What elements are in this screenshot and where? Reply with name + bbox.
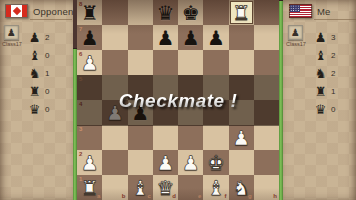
piece-black-king[interactable]: ♚ (178, 0, 203, 25)
captured-pawn-icon: ♟ (27, 31, 42, 44)
square-c6[interactable] (128, 50, 153, 75)
square-h2[interactable] (254, 150, 279, 175)
captured-knight-icon: ♞ (313, 67, 328, 80)
captured-row-rook: ♜0 (27, 82, 49, 100)
captured-row-bishop: ♝2 (313, 46, 335, 64)
canada-flag-icon (5, 4, 28, 18)
square-b6[interactable] (102, 50, 127, 75)
captured-row-pawn: ♟3 (313, 28, 335, 46)
square-a1[interactable]: 1a♜ (77, 175, 102, 200)
square-h1[interactable]: h (254, 175, 279, 200)
captured-row-bishop: ♝0 (27, 46, 49, 64)
us-flag-icon (289, 4, 312, 18)
captured-pawn-count: 2 (45, 33, 49, 42)
square-c8[interactable] (128, 0, 153, 25)
captured-row-knight: ♞2 (313, 64, 335, 82)
square-e6[interactable] (178, 50, 203, 75)
square-g8[interactable]: ♜ (229, 0, 254, 25)
square-b8[interactable] (102, 0, 127, 25)
square-a2[interactable]: 2♟ (77, 150, 102, 175)
piece-white-queen[interactable]: ♛ (153, 175, 178, 200)
square-e1[interactable]: e (178, 175, 203, 200)
square-f3[interactable] (203, 125, 228, 150)
me-captured-list: ♟3♝2♞2♜1♛0 (313, 28, 335, 118)
opponent-avatar: ♟ (4, 25, 19, 40)
captured-row-queen: ♛0 (313, 100, 335, 118)
square-d6[interactable] (153, 50, 178, 75)
piece-white-rook[interactable]: ♜ (229, 0, 254, 25)
square-c2[interactable] (128, 150, 153, 175)
piece-white-pawn[interactable]: ♟ (229, 125, 254, 150)
square-b3[interactable] (102, 125, 127, 150)
square-f7[interactable]: ♟ (203, 25, 228, 50)
captured-rook-icon: ♜ (27, 85, 42, 98)
piece-black-rook[interactable]: ♜ (77, 0, 102, 25)
captured-bishop-icon: ♝ (313, 49, 328, 62)
square-d1[interactable]: d♛ (153, 175, 178, 200)
square-e7[interactable]: ♟ (178, 25, 203, 50)
file-label: e (198, 193, 201, 199)
square-f6[interactable] (203, 50, 228, 75)
square-d7[interactable]: ♟ (153, 25, 178, 50)
square-b2[interactable] (102, 150, 127, 175)
rank-label: 3 (79, 126, 82, 132)
piece-white-pawn[interactable]: ♟ (77, 150, 102, 175)
us-canton (290, 5, 300, 12)
checkmate-text: Checkmate ! (119, 90, 238, 112)
captured-row-knight: ♞1 (27, 64, 49, 82)
piece-white-king[interactable]: ♚ (203, 150, 228, 175)
piece-white-bishop[interactable]: ♝ (128, 175, 153, 200)
square-f1[interactable]: f♝ (203, 175, 228, 200)
square-g7[interactable] (229, 25, 254, 50)
square-h7[interactable] (254, 25, 279, 50)
square-b1[interactable]: b (102, 175, 127, 200)
captured-knight-icon: ♞ (27, 67, 42, 80)
captured-row-rook: ♜1 (313, 82, 335, 100)
square-h3[interactable] (254, 125, 279, 150)
opponent-captured-list: ♟2♝0♞1♜0♛0 (27, 28, 49, 118)
me-name: Me (317, 6, 331, 17)
captured-knight-count: 1 (45, 69, 49, 78)
piece-white-rook[interactable]: ♜ (77, 175, 102, 200)
file-label: h (273, 193, 277, 199)
captured-row-queen: ♛0 (27, 100, 49, 118)
captured-bishop-icon: ♝ (27, 49, 42, 62)
square-g2[interactable] (229, 150, 254, 175)
piece-white-knight[interactable]: ♞ (229, 175, 254, 200)
square-d2[interactable]: ♟ (153, 150, 178, 175)
captured-rook-count: 1 (331, 87, 335, 96)
captured-queen-icon: ♛ (27, 103, 42, 116)
opponent-name: Opponent (33, 6, 76, 17)
captured-knight-count: 2 (331, 69, 335, 78)
time-depleted (279, 0, 283, 1)
square-f8[interactable] (203, 0, 228, 25)
piece-white-pawn[interactable]: ♟ (77, 50, 102, 75)
square-e3[interactable] (178, 125, 203, 150)
square-a3[interactable]: 3 (77, 125, 102, 150)
me-rank-label: Class17 (284, 41, 308, 47)
square-g6[interactable] (229, 50, 254, 75)
captured-row-pawn: ♟2 (27, 28, 49, 46)
square-g3[interactable]: ♟ (229, 125, 254, 150)
me-time-bar (279, 0, 283, 200)
square-a7[interactable]: 7♟ (77, 25, 102, 50)
piece-black-pawn[interactable]: ♟ (178, 25, 203, 50)
piece-black-pawn[interactable]: ♟ (203, 25, 228, 50)
chess-app-screen: Opponent ♟ Class17 ♟2♝0♞1♜0♛0 Me ♟ Class… (0, 0, 356, 200)
divider (314, 19, 356, 20)
captured-bishop-count: 2 (331, 51, 335, 60)
me-panel: Me ♟ Class17 ♟3♝2♞2♜1♛0 (283, 0, 356, 200)
piece-black-pawn[interactable]: ♟ (77, 25, 102, 50)
captured-bishop-count: 0 (45, 51, 49, 60)
file-label: b (122, 193, 126, 199)
opponent-rank-label: Class17 (0, 41, 24, 47)
avatar-pawn-icon: ♟ (291, 28, 300, 38)
piece-black-pawn[interactable]: ♟ (153, 25, 178, 50)
avatar-pawn-icon: ♟ (7, 28, 16, 38)
square-c7[interactable] (128, 25, 153, 50)
chess-board: 8♜♛♚♜7♟♟♟♟6♟54♟♟3♟2♟♟♟♚1a♜bc♝d♛ef♝g♞h Ch… (77, 0, 279, 200)
square-b7[interactable] (102, 25, 127, 50)
square-f2[interactable]: ♚ (203, 150, 228, 175)
square-h8[interactable] (254, 0, 279, 25)
maple-leaf-icon (12, 7, 20, 15)
captured-queen-icon: ♛ (313, 103, 328, 116)
square-g1[interactable]: g♞ (229, 175, 254, 200)
me-avatar: ♟ (288, 25, 303, 40)
square-a6[interactable]: 6♟ (77, 50, 102, 75)
piece-white-bishop[interactable]: ♝ (203, 175, 228, 200)
captured-queen-count: 0 (331, 105, 335, 114)
square-d8[interactable]: ♛ (153, 0, 178, 25)
square-e8[interactable]: ♚ (178, 0, 203, 25)
captured-pawn-count: 3 (331, 33, 335, 42)
piece-white-pawn[interactable]: ♟ (153, 150, 178, 175)
captured-rook-icon: ♜ (313, 85, 328, 98)
piece-black-queen[interactable]: ♛ (153, 0, 178, 25)
opponent-panel: Opponent ♟ Class17 ♟2♝0♞1♜0♛0 (0, 0, 73, 200)
square-c3[interactable] (128, 125, 153, 150)
square-d3[interactable] (153, 125, 178, 150)
square-e2[interactable]: ♟ (178, 150, 203, 175)
square-a8[interactable]: 8♜ (77, 0, 102, 25)
square-c1[interactable]: c♝ (128, 175, 153, 200)
captured-rook-count: 0 (45, 87, 49, 96)
piece-white-pawn[interactable]: ♟ (178, 150, 203, 175)
captured-queen-count: 0 (45, 105, 49, 114)
square-h6[interactable] (254, 50, 279, 75)
checkmate-banner: Checkmate ! (77, 75, 279, 126)
divider (30, 19, 72, 20)
captured-pawn-icon: ♟ (313, 31, 328, 44)
